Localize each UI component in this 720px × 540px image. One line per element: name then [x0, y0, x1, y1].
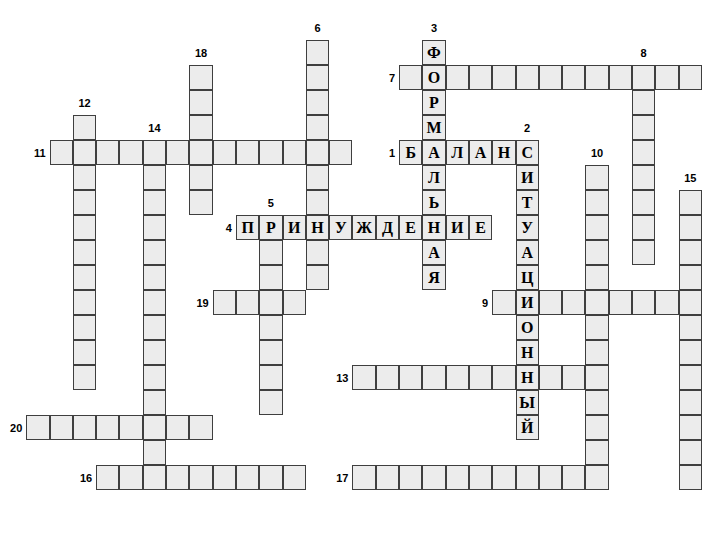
cell-letter: Б [405, 145, 416, 161]
grid-cell [632, 290, 655, 315]
grid-cell [143, 465, 166, 490]
grid-cell [399, 65, 422, 90]
grid-cell: И [446, 215, 469, 240]
grid-cell [562, 465, 585, 490]
cell-letter: Н [521, 370, 533, 386]
grid-cell [679, 465, 702, 490]
grid-cell [376, 365, 399, 390]
grid-cell: Л [422, 165, 445, 190]
grid-cell [539, 465, 562, 490]
grid-cell: Ц [516, 265, 539, 290]
grid-cell [119, 465, 142, 490]
cell-letter: Е [405, 220, 416, 236]
grid-cell [585, 415, 608, 440]
grid-cell: Ы [516, 390, 539, 415]
cell-letter: И [451, 220, 463, 236]
grid-cell [143, 340, 166, 365]
grid-cell: Н [492, 140, 515, 165]
grid-cell: О [516, 315, 539, 340]
cell-letter: Н [428, 220, 440, 236]
grid-cell: С [516, 140, 539, 165]
grid-cell [632, 65, 655, 90]
grid-cell [446, 465, 469, 490]
grid-cell [679, 265, 702, 290]
grid-cell [259, 465, 282, 490]
grid-cell [143, 215, 166, 240]
grid-cell [469, 465, 492, 490]
grid-cell [73, 415, 96, 440]
grid-cell [679, 415, 702, 440]
clue-number-5: 5 [259, 190, 282, 215]
grid-cell [96, 140, 119, 165]
grid-cell [609, 65, 632, 90]
cell-letter: А [475, 145, 487, 161]
grid-cell [585, 440, 608, 465]
clue-number-11: 11 [26, 140, 49, 165]
grid-cell: Е [469, 215, 492, 240]
grid-cell [632, 190, 655, 215]
grid-cell [516, 65, 539, 90]
grid-cell [329, 140, 352, 165]
grid-cell [306, 115, 329, 140]
grid-cell [655, 290, 678, 315]
cell-letter: Д [382, 220, 393, 236]
grid-cell: Й [516, 415, 539, 440]
grid-cell [562, 290, 585, 315]
grid-cell: Я [422, 265, 445, 290]
grid-cell [585, 365, 608, 390]
cell-letter: Ф [427, 45, 441, 61]
grid-cell: Е [399, 215, 422, 240]
cell-letter: О [521, 320, 533, 336]
grid-cell [73, 215, 96, 240]
grid-cell [679, 365, 702, 390]
grid-cell [539, 65, 562, 90]
grid-cell: Т [516, 190, 539, 215]
cell-letter: И [521, 295, 533, 311]
grid-cell [585, 465, 608, 490]
grid-cell [446, 365, 469, 390]
grid-cell: Н [516, 340, 539, 365]
cell-letter: Я [428, 270, 440, 286]
grid-cell [259, 365, 282, 390]
grid-cell [422, 365, 445, 390]
grid-cell [143, 165, 166, 190]
grid-cell: Д [376, 215, 399, 240]
grid-cell [679, 440, 702, 465]
grid-cell [143, 265, 166, 290]
cell-letter: Ь [429, 195, 440, 211]
grid-cell [376, 465, 399, 490]
clue-number-10: 10 [585, 140, 608, 165]
grid-cell: У [329, 215, 352, 240]
clue-number-14: 14 [143, 115, 166, 140]
grid-cell [50, 140, 73, 165]
grid-cell [539, 365, 562, 390]
grid-cell [632, 140, 655, 165]
grid-cell [352, 465, 375, 490]
grid-cell [492, 465, 515, 490]
grid-cell [679, 340, 702, 365]
grid-cell [213, 140, 236, 165]
grid-cell [562, 365, 585, 390]
cell-letter: М [426, 120, 441, 136]
grid-cell [679, 290, 702, 315]
grid-cell [283, 140, 306, 165]
grid-cell [236, 290, 259, 315]
grid-cell [73, 140, 96, 165]
grid-cell [73, 165, 96, 190]
grid-cell [143, 390, 166, 415]
grid-cell [73, 290, 96, 315]
grid-cell [73, 115, 96, 140]
grid-cell [609, 290, 632, 315]
cell-letter: Л [451, 145, 463, 161]
clue-number-2: 2 [516, 115, 539, 140]
grid-cell [585, 165, 608, 190]
grid-cell: Р [422, 90, 445, 115]
clue-number-13: 13 [329, 365, 352, 390]
grid-cell [259, 140, 282, 165]
grid-cell [166, 415, 189, 440]
grid-cell [259, 240, 282, 265]
grid-cell: И [283, 215, 306, 240]
grid-cell [96, 465, 119, 490]
grid-cell [306, 240, 329, 265]
grid-cell [236, 465, 259, 490]
clue-number-12: 12 [73, 90, 96, 115]
clue-number-18: 18 [189, 40, 212, 65]
cell-letter: А [428, 245, 440, 261]
grid-cell [143, 415, 166, 440]
grid-cell: М [422, 115, 445, 140]
clue-number-16: 16 [73, 465, 96, 490]
grid-cell: П [236, 215, 259, 240]
clue-number-15: 15 [679, 165, 702, 190]
grid-cell [166, 465, 189, 490]
cell-letter: Р [266, 220, 276, 236]
grid-cell [492, 290, 515, 315]
cell-letter: И [521, 170, 533, 186]
grid-cell [283, 290, 306, 315]
grid-cell [143, 240, 166, 265]
grid-cell [655, 65, 678, 90]
grid-cell [585, 290, 608, 315]
grid-cell [585, 315, 608, 340]
grid-cell [585, 215, 608, 240]
grid-cell [632, 240, 655, 265]
grid-cell [189, 465, 212, 490]
crossword-board: ОБАЛАНСПРИНУЖДЕНИЕИНФРМЛЬАЯИТУАЦОНЫЙ1171… [3, 15, 702, 490]
grid-cell: Н [306, 215, 329, 240]
grid-cell [306, 65, 329, 90]
grid-cell: Р [259, 215, 282, 240]
grid-cell [585, 340, 608, 365]
grid-cell [632, 165, 655, 190]
grid-cell [259, 265, 282, 290]
clue-number-1: 1 [376, 140, 399, 165]
grid-cell: Ф [422, 40, 445, 65]
grid-cell [189, 165, 212, 190]
grid-cell [283, 465, 306, 490]
grid-cell: А [516, 240, 539, 265]
cell-letter: Н [498, 145, 510, 161]
grid-cell: Ж [352, 215, 375, 240]
cell-letter: Р [429, 95, 439, 111]
cell-letter: У [521, 220, 533, 236]
grid-cell [189, 115, 212, 140]
grid-cell [306, 140, 329, 165]
clue-number-7: 7 [376, 65, 399, 90]
grid-cell [632, 115, 655, 140]
clue-number-9: 9 [469, 290, 492, 315]
grid-cell [679, 65, 702, 90]
cell-letter: Т [522, 195, 533, 211]
grid-cell [73, 240, 96, 265]
cell-letter: У [335, 220, 347, 236]
grid-cell [679, 240, 702, 265]
grid-cell [399, 465, 422, 490]
cell-letter: Ц [521, 270, 533, 286]
grid-cell [306, 90, 329, 115]
grid-cell [50, 415, 73, 440]
grid-cell [236, 140, 259, 165]
clue-number-17: 17 [329, 465, 352, 490]
grid-cell [259, 340, 282, 365]
grid-cell [679, 215, 702, 240]
grid-cell [259, 315, 282, 340]
grid-cell: Н [516, 365, 539, 390]
grid-cell [119, 415, 142, 440]
grid-cell [143, 190, 166, 215]
grid-cell: О [422, 65, 445, 90]
grid-cell [585, 190, 608, 215]
grid-cell [143, 290, 166, 315]
grid-cell [632, 90, 655, 115]
grid-cell: А [422, 140, 445, 165]
grid-cell [189, 190, 212, 215]
grid-cell: Н [422, 215, 445, 240]
cell-letter: О [428, 70, 440, 86]
cell-letter: А [428, 145, 440, 161]
grid-cell [73, 340, 96, 365]
grid-cell [399, 365, 422, 390]
grid-cell: У [516, 215, 539, 240]
grid-cell [189, 140, 212, 165]
grid-cell [143, 440, 166, 465]
grid-cell [96, 415, 119, 440]
cell-letter: С [521, 145, 533, 161]
grid-cell [446, 65, 469, 90]
grid-cell [492, 365, 515, 390]
grid-cell [679, 315, 702, 340]
grid-cell: Б [399, 140, 422, 165]
grid-cell [306, 165, 329, 190]
grid-cell [469, 365, 492, 390]
grid-cell [26, 415, 49, 440]
grid-cell [306, 265, 329, 290]
cell-letter: А [521, 245, 533, 261]
grid-cell [492, 65, 515, 90]
cell-letter: Ы [519, 395, 535, 411]
grid-cell [213, 290, 236, 315]
grid-cell [259, 290, 282, 315]
cell-letter: Е [475, 220, 486, 236]
grid-cell [306, 40, 329, 65]
grid-cell [585, 390, 608, 415]
grid-cell [189, 90, 212, 115]
grid-cell [306, 190, 329, 215]
grid-cell [73, 190, 96, 215]
grid-cell: А [469, 140, 492, 165]
grid-cell [143, 315, 166, 340]
grid-cell [189, 65, 212, 90]
clue-number-3: 3 [422, 15, 445, 40]
grid-cell [143, 365, 166, 390]
grid-cell [73, 365, 96, 390]
grid-cell: И [516, 165, 539, 190]
cell-letter: Н [521, 345, 533, 361]
clue-number-6: 6 [306, 15, 329, 40]
grid-cell: И [516, 290, 539, 315]
grid-cell [679, 390, 702, 415]
cell-letter: Л [428, 170, 440, 186]
grid-cell [189, 415, 212, 440]
cell-letter: Ж [356, 220, 372, 236]
grid-cell [516, 465, 539, 490]
grid-cell: Ь [422, 190, 445, 215]
cell-letter: П [241, 220, 253, 236]
grid-cell [679, 190, 702, 215]
clue-number-8: 8 [632, 40, 655, 65]
cell-letter: Й [521, 420, 533, 436]
grid-cell [143, 140, 166, 165]
grid-cell [585, 65, 608, 90]
grid-cell [259, 390, 282, 415]
grid-cell [73, 315, 96, 340]
grid-cell [166, 140, 189, 165]
grid-cell [73, 265, 96, 290]
clue-number-4: 4 [213, 215, 236, 240]
cell-letter: И [288, 220, 300, 236]
grid-cell [422, 465, 445, 490]
grid-cell [632, 215, 655, 240]
clue-number-20: 20 [3, 415, 26, 440]
grid-cell [213, 465, 236, 490]
cell-letter: Н [311, 220, 323, 236]
grid-cell: А [422, 240, 445, 265]
grid-cell [562, 65, 585, 90]
clue-number-19: 19 [189, 290, 212, 315]
grid-cell [119, 140, 142, 165]
grid-cell [585, 240, 608, 265]
grid-cell [352, 365, 375, 390]
grid-cell [539, 290, 562, 315]
grid-cell: Л [446, 140, 469, 165]
grid-cell [469, 65, 492, 90]
grid-cell [585, 265, 608, 290]
